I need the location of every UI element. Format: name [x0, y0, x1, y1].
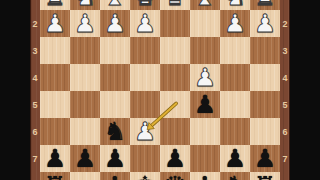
- black-pawn-b7[interactable]: ♟: [224, 145, 246, 172]
- square-g2[interactable]: ♟: [70, 10, 100, 37]
- square-e6[interactable]: ♟: [130, 118, 160, 145]
- square-h7[interactable]: ♟: [40, 145, 70, 172]
- square-b3[interactable]: [220, 37, 250, 64]
- square-a8[interactable]: ♜: [250, 172, 280, 180]
- black-knight-f6[interactable]: ♞: [104, 118, 126, 145]
- square-g3[interactable]: [70, 37, 100, 64]
- black-pawn-f7[interactable]: ♟: [104, 145, 126, 172]
- white-queen-d1[interactable]: ♛: [164, 0, 186, 10]
- square-b6[interactable]: [220, 118, 250, 145]
- square-a6[interactable]: [250, 118, 280, 145]
- square-e4[interactable]: [130, 64, 160, 91]
- black-king-e8[interactable]: ♚: [134, 172, 156, 180]
- square-b8[interactable]: ♞: [220, 172, 250, 180]
- white-pawn-b2[interactable]: ♟: [224, 10, 246, 37]
- white-pawn-e2[interactable]: ♟: [134, 10, 156, 37]
- white-bishop-c1[interactable]: ♝: [194, 0, 216, 10]
- square-b7[interactable]: ♟: [220, 145, 250, 172]
- square-h4[interactable]: [40, 64, 70, 91]
- square-f2[interactable]: ♟: [100, 10, 130, 37]
- square-g4[interactable]: [70, 64, 100, 91]
- square-d6[interactable]: [160, 118, 190, 145]
- square-b4[interactable]: [220, 64, 250, 91]
- rank-label-left-6: 6: [30, 126, 40, 138]
- white-pawn-g2[interactable]: ♟: [74, 10, 96, 37]
- square-d4[interactable]: [160, 64, 190, 91]
- square-a5[interactable]: [250, 91, 280, 118]
- rank-label-left-4: 4: [30, 72, 40, 84]
- rank-label-right-2: 2: [280, 18, 290, 30]
- square-d8[interactable]: ♛: [160, 172, 190, 180]
- square-h6[interactable]: [40, 118, 70, 145]
- square-g6[interactable]: [70, 118, 100, 145]
- square-c6[interactable]: [190, 118, 220, 145]
- black-pawn-h7[interactable]: ♟: [44, 145, 66, 172]
- black-queen-d8[interactable]: ♛: [164, 172, 186, 180]
- square-c5[interactable]: ♟: [190, 91, 220, 118]
- white-pawn-h2[interactable]: ♟: [44, 10, 66, 37]
- square-h3[interactable]: [40, 37, 70, 64]
- square-d3[interactable]: [160, 37, 190, 64]
- black-pawn-c5[interactable]: ♟: [194, 91, 216, 118]
- rank-label-right-6: 6: [280, 126, 290, 138]
- square-c3[interactable]: [190, 37, 220, 64]
- square-f5[interactable]: [100, 91, 130, 118]
- chess-board: ♜♞♝♚♛♝♞♜♟♟♟♟♟♟♟♟♞♟♟♟♟♟♟♟♜♝♚♛♝♞♜: [40, 0, 280, 180]
- white-pawn-e6[interactable]: ♟: [134, 118, 156, 145]
- rank-label-right-3: 3: [280, 45, 290, 57]
- square-f7[interactable]: ♟: [100, 145, 130, 172]
- square-d1[interactable]: ♛: [160, 0, 190, 10]
- rank-label-right-5: 5: [280, 99, 290, 111]
- square-c8[interactable]: ♝: [190, 172, 220, 180]
- square-d2[interactable]: [160, 10, 190, 37]
- black-bishop-c8[interactable]: ♝: [194, 172, 216, 180]
- square-g7[interactable]: ♟: [70, 145, 100, 172]
- square-e7[interactable]: [130, 145, 160, 172]
- square-e5[interactable]: [130, 91, 160, 118]
- black-bishop-f8[interactable]: ♝: [104, 172, 126, 180]
- square-h2[interactable]: ♟: [40, 10, 70, 37]
- square-h8[interactable]: ♜: [40, 172, 70, 180]
- square-h5[interactable]: [40, 91, 70, 118]
- square-f6[interactable]: ♞: [100, 118, 130, 145]
- white-pawn-a2[interactable]: ♟: [254, 10, 276, 37]
- square-d5[interactable]: [160, 91, 190, 118]
- rank-label-left-2: 2: [30, 18, 40, 30]
- square-c1[interactable]: ♝: [190, 0, 220, 10]
- chess-app: ♜♞♝♚♛♝♞♜♟♟♟♟♟♟♟♟♞♟♟♟♟♟♟♟♜♝♚♛♝♞♜ 22334455…: [0, 0, 320, 180]
- rank-label-right-4: 4: [280, 72, 290, 84]
- square-b5[interactable]: [220, 91, 250, 118]
- black-pawn-g7[interactable]: ♟: [74, 145, 96, 172]
- square-f3[interactable]: [100, 37, 130, 64]
- white-pawn-f2[interactable]: ♟: [104, 10, 126, 37]
- rank-label-left-5: 5: [30, 99, 40, 111]
- square-a3[interactable]: [250, 37, 280, 64]
- square-g8[interactable]: [70, 172, 100, 180]
- square-e2[interactable]: ♟: [130, 10, 160, 37]
- square-e8[interactable]: ♚: [130, 172, 160, 180]
- rank-label-right-7: 7: [280, 153, 290, 165]
- black-rook-h8[interactable]: ♜: [44, 172, 66, 180]
- black-pawn-d7[interactable]: ♟: [164, 145, 186, 172]
- square-a7[interactable]: ♟: [250, 145, 280, 172]
- square-g5[interactable]: [70, 91, 100, 118]
- square-c2[interactable]: [190, 10, 220, 37]
- square-e3[interactable]: [130, 37, 160, 64]
- square-a4[interactable]: [250, 64, 280, 91]
- rank-label-left-7: 7: [30, 153, 40, 165]
- square-c4[interactable]: ♟: [190, 64, 220, 91]
- black-rook-a8[interactable]: ♜: [254, 172, 276, 180]
- square-f8[interactable]: ♝: [100, 172, 130, 180]
- rank-label-left-3: 3: [30, 45, 40, 57]
- white-pawn-c4[interactable]: ♟: [194, 64, 216, 91]
- black-knight-b8[interactable]: ♞: [224, 172, 246, 180]
- square-d7[interactable]: ♟: [160, 145, 190, 172]
- black-pawn-a7[interactable]: ♟: [254, 145, 276, 172]
- square-a2[interactable]: ♟: [250, 10, 280, 37]
- square-b2[interactable]: ♟: [220, 10, 250, 37]
- square-f4[interactable]: [100, 64, 130, 91]
- square-c7[interactable]: [190, 145, 220, 172]
